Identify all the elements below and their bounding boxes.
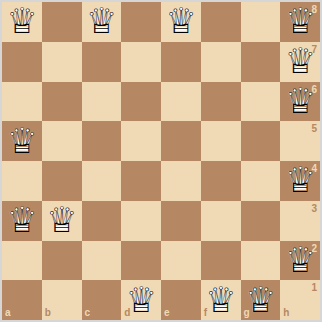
square-h4[interactable]: 4♛♕ xyxy=(280,161,320,201)
square-d3[interactable] xyxy=(121,201,161,241)
file-label-c: c xyxy=(85,308,91,318)
square-d8[interactable] xyxy=(121,2,161,42)
square-e3[interactable] xyxy=(161,201,201,241)
white-queen[interactable]: ♛♕ xyxy=(241,280,281,320)
file-label-e: e xyxy=(164,308,170,318)
square-c2[interactable] xyxy=(82,241,122,281)
square-b8[interactable] xyxy=(42,2,82,42)
square-g3[interactable] xyxy=(241,201,281,241)
square-h1[interactable]: 1h xyxy=(280,280,320,320)
square-h6[interactable]: 6♛♕ xyxy=(280,82,320,122)
white-queen[interactable]: ♛♕ xyxy=(201,280,241,320)
square-g7[interactable] xyxy=(241,42,281,82)
white-queen-outline: ♕ xyxy=(2,121,42,161)
square-d7[interactable] xyxy=(121,42,161,82)
white-queen-outline: ♕ xyxy=(280,241,320,281)
square-f5[interactable] xyxy=(201,121,241,161)
square-e1[interactable]: e xyxy=(161,280,201,320)
white-queen-outline: ♕ xyxy=(201,280,241,320)
square-c5[interactable] xyxy=(82,121,122,161)
square-g1[interactable]: g♛♕ xyxy=(241,280,281,320)
white-queen[interactable]: ♛♕ xyxy=(42,201,82,241)
square-c3[interactable] xyxy=(82,201,122,241)
square-b4[interactable] xyxy=(42,161,82,201)
white-queen-outline: ♕ xyxy=(121,280,161,320)
white-queen-outline: ♕ xyxy=(280,42,320,82)
file-label-h: h xyxy=(283,308,289,318)
square-g2[interactable] xyxy=(241,241,281,281)
white-queen[interactable]: ♛♕ xyxy=(2,121,42,161)
square-g4[interactable] xyxy=(241,161,281,201)
square-b6[interactable] xyxy=(42,82,82,122)
square-c7[interactable] xyxy=(82,42,122,82)
square-a2[interactable] xyxy=(2,241,42,281)
square-d5[interactable] xyxy=(121,121,161,161)
square-g6[interactable] xyxy=(241,82,281,122)
white-queen[interactable]: ♛♕ xyxy=(161,2,201,42)
square-e4[interactable] xyxy=(161,161,201,201)
square-a8[interactable]: ♛♕ xyxy=(2,2,42,42)
square-d4[interactable] xyxy=(121,161,161,201)
square-a6[interactable] xyxy=(2,82,42,122)
square-h2[interactable]: 2♛♕ xyxy=(280,241,320,281)
file-label-a: a xyxy=(5,308,11,318)
square-d1[interactable]: d♛♕ xyxy=(121,280,161,320)
white-queen-outline: ♕ xyxy=(241,280,281,320)
square-b2[interactable] xyxy=(42,241,82,281)
square-g5[interactable] xyxy=(241,121,281,161)
white-queen-outline: ♕ xyxy=(280,82,320,122)
square-a3[interactable]: ♛♕ xyxy=(2,201,42,241)
chess-board-frame: ♛♕♛♕♛♕8♛♕7♛♕6♛♕♛♕54♛♕♛♕♛♕32♛♕abcd♛♕ef♛♕g… xyxy=(0,0,322,322)
square-h3[interactable]: 3 xyxy=(280,201,320,241)
square-e7[interactable] xyxy=(161,42,201,82)
square-e2[interactable] xyxy=(161,241,201,281)
white-queen-outline: ♕ xyxy=(280,161,320,201)
square-d2[interactable] xyxy=(121,241,161,281)
white-queen[interactable]: ♛♕ xyxy=(280,82,320,122)
square-e5[interactable] xyxy=(161,121,201,161)
square-c4[interactable] xyxy=(82,161,122,201)
square-f7[interactable] xyxy=(201,42,241,82)
square-a1[interactable]: a xyxy=(2,280,42,320)
white-queen[interactable]: ♛♕ xyxy=(280,2,320,42)
square-f6[interactable] xyxy=(201,82,241,122)
chess-board: ♛♕♛♕♛♕8♛♕7♛♕6♛♕♛♕54♛♕♛♕♛♕32♛♕abcd♛♕ef♛♕g… xyxy=(2,2,320,320)
square-b7[interactable] xyxy=(42,42,82,82)
square-h7[interactable]: 7♛♕ xyxy=(280,42,320,82)
square-c6[interactable] xyxy=(82,82,122,122)
white-queen-outline: ♕ xyxy=(82,2,122,42)
square-h8[interactable]: 8♛♕ xyxy=(280,2,320,42)
square-g8[interactable] xyxy=(241,2,281,42)
white-queen-outline: ♕ xyxy=(42,201,82,241)
square-c1[interactable]: c xyxy=(82,280,122,320)
white-queen-outline: ♕ xyxy=(2,201,42,241)
square-a5[interactable]: ♛♕ xyxy=(2,121,42,161)
white-queen-outline: ♕ xyxy=(161,2,201,42)
square-f2[interactable] xyxy=(201,241,241,281)
square-c8[interactable]: ♛♕ xyxy=(82,2,122,42)
rank-label-1: 1 xyxy=(311,283,317,293)
square-e8[interactable]: ♛♕ xyxy=(161,2,201,42)
square-b3[interactable]: ♛♕ xyxy=(42,201,82,241)
rank-label-3: 3 xyxy=(311,204,317,214)
white-queen[interactable]: ♛♕ xyxy=(2,201,42,241)
white-queen-outline: ♕ xyxy=(2,2,42,42)
square-f8[interactable] xyxy=(201,2,241,42)
white-queen[interactable]: ♛♕ xyxy=(121,280,161,320)
white-queen-outline: ♕ xyxy=(280,2,320,42)
white-queen[interactable]: ♛♕ xyxy=(82,2,122,42)
file-label-b: b xyxy=(45,308,51,318)
square-a4[interactable] xyxy=(2,161,42,201)
rank-label-5: 5 xyxy=(311,124,317,134)
square-b1[interactable]: b xyxy=(42,280,82,320)
white-queen[interactable]: ♛♕ xyxy=(280,241,320,281)
square-a7[interactable] xyxy=(2,42,42,82)
square-d6[interactable] xyxy=(121,82,161,122)
white-queen[interactable]: ♛♕ xyxy=(280,42,320,82)
white-queen[interactable]: ♛♕ xyxy=(2,2,42,42)
square-f4[interactable] xyxy=(201,161,241,201)
square-e6[interactable] xyxy=(161,82,201,122)
square-f3[interactable] xyxy=(201,201,241,241)
square-f1[interactable]: f♛♕ xyxy=(201,280,241,320)
square-b5[interactable] xyxy=(42,121,82,161)
white-queen[interactable]: ♛♕ xyxy=(280,161,320,201)
square-h5[interactable]: 5 xyxy=(280,121,320,161)
